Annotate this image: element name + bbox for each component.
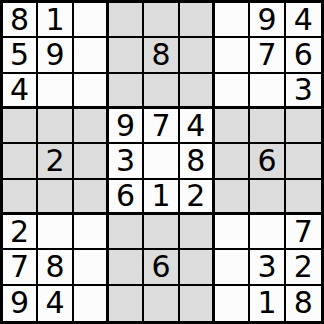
cell-r7c5[interactable] <box>144 215 179 250</box>
cell-r4c7[interactable] <box>215 109 250 144</box>
cell-r1c7[interactable] <box>215 3 250 38</box>
cell-r3c9[interactable]: 3 <box>286 74 321 109</box>
cell-r8c7[interactable] <box>215 250 250 285</box>
cell-r4c9[interactable] <box>286 109 321 144</box>
cell-r4c5[interactable]: 7 <box>144 109 179 144</box>
cell-r7c7[interactable] <box>215 215 250 250</box>
cell-r7c6[interactable] <box>180 215 215 250</box>
cell-r3c7[interactable] <box>215 74 250 109</box>
cell-r4c1[interactable] <box>3 109 38 144</box>
cell-r9c6[interactable] <box>180 286 215 321</box>
cell-r4c2[interactable] <box>38 109 73 144</box>
cell-r4c3[interactable] <box>74 109 109 144</box>
cell-r9c1[interactable]: 9 <box>3 286 38 321</box>
cell-r7c3[interactable] <box>74 215 109 250</box>
cell-r6c4[interactable]: 6 <box>109 180 144 215</box>
cell-r8c1[interactable]: 7 <box>3 250 38 285</box>
cell-r6c8[interactable] <box>250 180 285 215</box>
cell-r2c1[interactable]: 5 <box>3 38 38 73</box>
cell-r7c9[interactable]: 7 <box>286 215 321 250</box>
cell-r5c8[interactable]: 6 <box>250 144 285 179</box>
cell-r2c5[interactable]: 8 <box>144 38 179 73</box>
cell-r2c6[interactable] <box>180 38 215 73</box>
cell-r8c2[interactable]: 8 <box>38 250 73 285</box>
cell-r9c7[interactable] <box>215 286 250 321</box>
cell-r9c2[interactable]: 4 <box>38 286 73 321</box>
cell-r1c1[interactable]: 8 <box>3 3 38 38</box>
cell-r7c1[interactable]: 2 <box>3 215 38 250</box>
cell-r6c6[interactable]: 2 <box>180 180 215 215</box>
cell-r3c1[interactable]: 4 <box>3 74 38 109</box>
cell-r8c4[interactable] <box>109 250 144 285</box>
cell-r9c5[interactable] <box>144 286 179 321</box>
cell-r8c6[interactable] <box>180 250 215 285</box>
cell-r3c6[interactable] <box>180 74 215 109</box>
cell-r9c3[interactable] <box>74 286 109 321</box>
cell-r5c6[interactable]: 8 <box>180 144 215 179</box>
cell-r2c3[interactable] <box>74 38 109 73</box>
cell-r1c5[interactable] <box>144 3 179 38</box>
cell-r5c7[interactable] <box>215 144 250 179</box>
cell-r2c8[interactable]: 7 <box>250 38 285 73</box>
cell-r2c4[interactable] <box>109 38 144 73</box>
cell-r1c2[interactable]: 1 <box>38 3 73 38</box>
cell-r8c5[interactable]: 6 <box>144 250 179 285</box>
cell-r6c2[interactable] <box>38 180 73 215</box>
cell-r5c3[interactable] <box>74 144 109 179</box>
cell-r1c3[interactable] <box>74 3 109 38</box>
cell-r2c7[interactable] <box>215 38 250 73</box>
cell-r3c3[interactable] <box>74 74 109 109</box>
cell-r9c4[interactable] <box>109 286 144 321</box>
cell-r7c2[interactable] <box>38 215 73 250</box>
cell-r1c4[interactable] <box>109 3 144 38</box>
cell-r5c1[interactable] <box>3 144 38 179</box>
cell-r5c5[interactable] <box>144 144 179 179</box>
cell-r3c2[interactable] <box>38 74 73 109</box>
cell-r1c8[interactable]: 9 <box>250 3 285 38</box>
cell-r6c3[interactable] <box>74 180 109 215</box>
cell-r6c7[interactable] <box>215 180 250 215</box>
cell-r5c9[interactable] <box>286 144 321 179</box>
cell-r3c5[interactable] <box>144 74 179 109</box>
cell-r3c4[interactable] <box>109 74 144 109</box>
cell-r8c8[interactable]: 3 <box>250 250 285 285</box>
cell-r9c8[interactable]: 1 <box>250 286 285 321</box>
cell-r7c8[interactable] <box>250 215 285 250</box>
cell-r6c1[interactable] <box>3 180 38 215</box>
cell-r1c6[interactable] <box>180 3 215 38</box>
cell-r4c8[interactable] <box>250 109 285 144</box>
cell-r8c9[interactable]: 2 <box>286 250 321 285</box>
cell-r5c2[interactable]: 2 <box>38 144 73 179</box>
cell-r5c4[interactable]: 3 <box>109 144 144 179</box>
cell-r9c9[interactable]: 8 <box>286 286 321 321</box>
cell-r4c4[interactable]: 9 <box>109 109 144 144</box>
cell-r4c6[interactable]: 4 <box>180 109 215 144</box>
cell-r2c2[interactable]: 9 <box>38 38 73 73</box>
cell-r3c8[interactable] <box>250 74 285 109</box>
cell-r1c9[interactable]: 4 <box>286 3 321 38</box>
sudoku-board: 81945987643974238661227786329418 <box>0 0 324 324</box>
cell-r7c4[interactable] <box>109 215 144 250</box>
cell-r6c5[interactable]: 1 <box>144 180 179 215</box>
cell-r2c9[interactable]: 6 <box>286 38 321 73</box>
cell-r6c9[interactable] <box>286 180 321 215</box>
cell-r8c3[interactable] <box>74 250 109 285</box>
